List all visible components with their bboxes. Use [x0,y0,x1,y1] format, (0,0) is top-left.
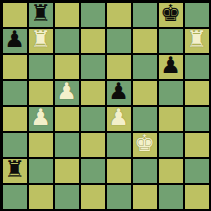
square-a5[interactable] [3,81,27,105]
square-b5[interactable] [29,81,53,105]
square-b7[interactable]: ♜ [29,29,53,53]
square-h7[interactable]: ♜ [185,29,209,53]
square-a6[interactable] [3,55,27,79]
square-c2[interactable] [55,159,79,183]
square-c3[interactable] [55,133,79,157]
square-b8[interactable]: ♜ [29,3,53,27]
square-h3[interactable] [185,133,209,157]
square-d2[interactable] [81,159,105,183]
square-f8[interactable] [133,3,157,27]
square-b2[interactable] [29,159,53,183]
square-c5[interactable]: ♟ [55,81,79,105]
square-d7[interactable] [81,29,105,53]
piece-white-king-f3[interactable]: ♚ [134,133,155,156]
square-e5[interactable]: ♟ [107,81,131,105]
square-a8[interactable] [3,3,27,27]
square-a7[interactable]: ♟ [3,29,27,53]
square-f1[interactable] [133,185,157,209]
square-e1[interactable] [107,185,131,209]
square-c4[interactable] [55,107,79,131]
square-e2[interactable] [107,159,131,183]
square-g7[interactable] [159,29,183,53]
square-g5[interactable] [159,81,183,105]
piece-white-pawn-b4[interactable]: ♟ [30,107,51,130]
square-f6[interactable] [133,55,157,79]
square-e6[interactable] [107,55,131,79]
square-c8[interactable] [55,3,79,27]
square-f3[interactable]: ♚ [133,133,157,157]
square-d6[interactable] [81,55,105,79]
square-h1[interactable] [185,185,209,209]
square-d4[interactable] [81,107,105,131]
square-e8[interactable] [107,3,131,27]
square-g4[interactable] [159,107,183,131]
square-e4[interactable]: ♟ [107,107,131,131]
piece-black-pawn-a7[interactable]: ♟ [4,29,25,52]
square-b6[interactable] [29,55,53,79]
square-h4[interactable] [185,107,209,131]
chess-board: ♜♚♟♜♜♟♟♟♟♟♚♜ [1,1,211,211]
square-f2[interactable] [133,159,157,183]
square-a3[interactable] [3,133,27,157]
piece-black-pawn-e5[interactable]: ♟ [108,81,129,104]
square-h2[interactable] [185,159,209,183]
piece-white-rook-b7[interactable]: ♜ [30,29,51,52]
square-f7[interactable] [133,29,157,53]
square-b1[interactable] [29,185,53,209]
square-g6[interactable]: ♟ [159,55,183,79]
square-a1[interactable] [3,185,27,209]
piece-black-rook-a2[interactable]: ♜ [4,159,25,182]
piece-white-pawn-e4[interactable]: ♟ [108,107,129,130]
square-b4[interactable]: ♟ [29,107,53,131]
square-e3[interactable] [107,133,131,157]
square-f5[interactable] [133,81,157,105]
square-d8[interactable] [81,3,105,27]
square-g2[interactable] [159,159,183,183]
square-g1[interactable] [159,185,183,209]
square-g3[interactable] [159,133,183,157]
square-f4[interactable] [133,107,157,131]
square-g8[interactable]: ♚ [159,3,183,27]
chess-board-frame: ♜♚♟♜♜♟♟♟♟♟♚♜ [0,0,211,211]
piece-black-pawn-g6[interactable]: ♟ [160,55,181,78]
square-c7[interactable] [55,29,79,53]
piece-white-pawn-c5[interactable]: ♟ [56,81,77,104]
square-c1[interactable] [55,185,79,209]
square-d3[interactable] [81,133,105,157]
piece-black-rook-b8[interactable]: ♜ [30,3,51,26]
square-d5[interactable] [81,81,105,105]
square-c6[interactable] [55,55,79,79]
square-a4[interactable] [3,107,27,131]
square-e7[interactable] [107,29,131,53]
piece-black-king-g8[interactable]: ♚ [160,3,181,26]
square-h5[interactable] [185,81,209,105]
square-h8[interactable] [185,3,209,27]
piece-white-rook-h7[interactable]: ♜ [186,29,207,52]
square-a2[interactable]: ♜ [3,159,27,183]
square-d1[interactable] [81,185,105,209]
square-h6[interactable] [185,55,209,79]
square-b3[interactable] [29,133,53,157]
